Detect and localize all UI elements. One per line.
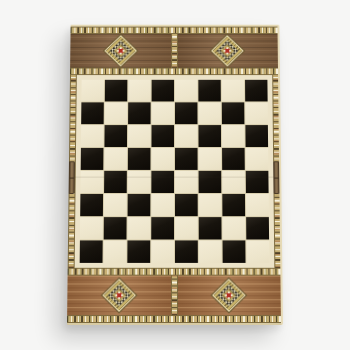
inlay-medallion-icon [104, 35, 137, 67]
square[interactable] [246, 148, 269, 170]
square[interactable] [104, 148, 127, 170]
top-left-panel [70, 34, 171, 68]
square[interactable] [80, 217, 103, 239]
square[interactable] [222, 102, 245, 124]
mosaic-border-top [71, 27, 278, 34]
top-center-divider [171, 34, 178, 68]
square[interactable] [199, 171, 222, 193]
square[interactable] [80, 240, 103, 262]
square[interactable] [104, 125, 127, 147]
square[interactable] [222, 80, 245, 102]
square[interactable] [199, 240, 222, 262]
square[interactable] [104, 217, 127, 239]
square[interactable] [246, 194, 269, 216]
bottom-right-panel [177, 276, 280, 315]
square[interactable] [245, 125, 268, 147]
right-hinge [273, 161, 279, 194]
square[interactable] [105, 80, 128, 102]
square[interactable] [128, 194, 151, 216]
square[interactable] [175, 217, 198, 239]
inlay-medallion-icon [102, 279, 136, 312]
mosaic-border-below-field [68, 268, 281, 276]
square[interactable] [198, 102, 221, 124]
square[interactable] [175, 148, 198, 170]
square[interactable] [175, 240, 198, 262]
square[interactable] [175, 102, 197, 124]
playing-field [68, 75, 281, 268]
square[interactable] [199, 217, 222, 239]
square[interactable] [128, 102, 151, 124]
square[interactable] [80, 194, 103, 216]
bottom-center-divider [171, 276, 178, 315]
bottom-left-panel [67, 276, 170, 315]
square[interactable] [198, 125, 221, 147]
square[interactable] [245, 102, 268, 124]
inlay-medallion-icon [212, 279, 246, 312]
square[interactable] [104, 171, 127, 193]
square[interactable] [222, 171, 245, 193]
bottom-wood-panels [67, 276, 281, 315]
square[interactable] [175, 80, 197, 102]
chess-board [67, 25, 283, 325]
square[interactable] [105, 102, 128, 124]
square[interactable] [151, 240, 174, 262]
square[interactable] [199, 148, 222, 170]
square[interactable] [104, 194, 127, 216]
square[interactable] [81, 102, 104, 124]
square[interactable] [175, 125, 198, 147]
top-right-panel [177, 34, 278, 68]
square[interactable] [81, 80, 104, 102]
square[interactable] [223, 240, 246, 262]
square[interactable] [151, 194, 174, 216]
checkerboard-grid [80, 80, 270, 263]
square[interactable] [80, 171, 103, 193]
square[interactable] [103, 240, 126, 262]
square[interactable] [128, 80, 150, 102]
photo-background [0, 0, 350, 350]
mosaic-border-above-field [70, 68, 278, 75]
square[interactable] [198, 80, 220, 102]
square[interactable] [81, 148, 104, 170]
square[interactable] [222, 217, 245, 239]
square[interactable] [222, 194, 245, 216]
square[interactable] [175, 194, 198, 216]
square[interactable] [127, 217, 150, 239]
square[interactable] [128, 148, 151, 170]
square[interactable] [245, 80, 268, 102]
square[interactable] [199, 194, 222, 216]
field-margin [75, 75, 275, 268]
left-hinge [69, 161, 75, 194]
square[interactable] [151, 171, 174, 193]
square[interactable] [81, 125, 104, 147]
square[interactable] [128, 125, 151, 147]
board-bottom-edge [67, 323, 281, 325]
square[interactable] [151, 125, 174, 147]
fold-seam [69, 177, 279, 178]
mosaic-border-bottom [67, 315, 281, 323]
square[interactable] [128, 171, 151, 193]
square[interactable] [175, 171, 198, 193]
square[interactable] [246, 217, 269, 239]
square[interactable] [152, 80, 174, 102]
top-wood-panels [70, 34, 278, 68]
square[interactable] [222, 148, 245, 170]
square[interactable] [246, 171, 269, 193]
square[interactable] [127, 240, 150, 262]
square[interactable] [151, 217, 174, 239]
inlay-medallion-icon [211, 35, 244, 67]
square[interactable] [246, 240, 269, 262]
square[interactable] [151, 148, 174, 170]
square[interactable] [152, 102, 174, 124]
square[interactable] [222, 125, 245, 147]
